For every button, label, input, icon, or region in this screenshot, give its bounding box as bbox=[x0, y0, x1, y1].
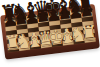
square-e1: ♚ bbox=[52, 41, 63, 47]
square-d1: ♛ bbox=[41, 43, 52, 49]
square-a1: ♜ bbox=[8, 47, 19, 53]
square-b1: ♞ bbox=[19, 45, 30, 51]
chess-board: ♜♞♝♛♚♝♞♜♟♟♟♟♟♟♟♟♟♟♟♟♟♟♟♟♜♞♝♛♚♝♞♜ bbox=[0, 4, 100, 60]
square-f1: ♝ bbox=[62, 40, 73, 46]
product-photo: ♜♞♝♛♚♝♞♜♟♟♟♟♟♟♟♟♟♟♟♟♟♟♟♟♜♞♝♛♚♝♞♜ bbox=[0, 0, 100, 67]
square-c1: ♝ bbox=[30, 44, 41, 50]
square-g1: ♞ bbox=[73, 39, 84, 45]
chess-board-grid: ♜♞♝♛♚♝♞♜♟♟♟♟♟♟♟♟♟♟♟♟♟♟♟♟♜♞♝♛♚♝♞♜ bbox=[4, 8, 96, 53]
square-h1: ♜ bbox=[84, 37, 95, 43]
